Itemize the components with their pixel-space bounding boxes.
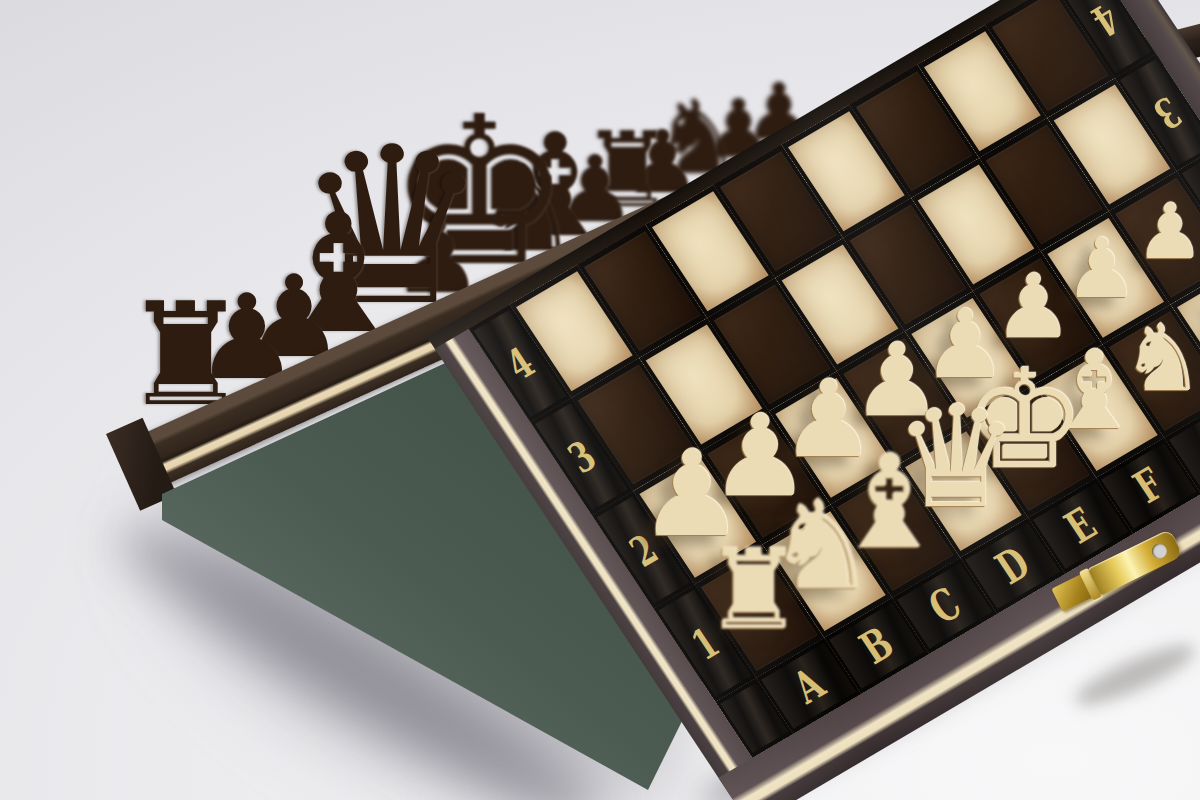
photo-scene: ♟♟♞♟♜♟♝♞♚♟♛♝♟♟♜ 44332211ABCDEFGH ♟♟♟♜♟♞♟…: [0, 0, 1200, 800]
white-rook-a1: ♜: [704, 535, 803, 646]
clasp-shadow: [1070, 635, 1200, 715]
floor-shadow-contact: [100, 498, 620, 800]
white-pawn-g2: ♟: [1065, 228, 1139, 310]
white-pawn-h2: ♟: [1136, 194, 1200, 270]
clasp-eyelet: [1149, 541, 1169, 561]
